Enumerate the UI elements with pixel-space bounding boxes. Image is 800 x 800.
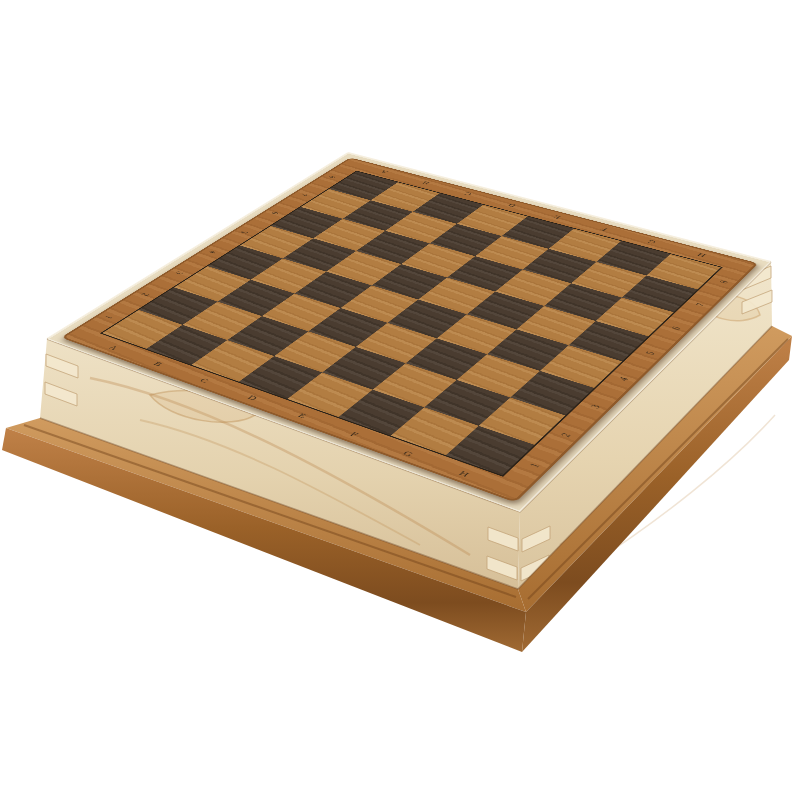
product-photo-scene: AA11BB22CC33DD44EE55FF66GG77HH88 [0, 0, 800, 800]
